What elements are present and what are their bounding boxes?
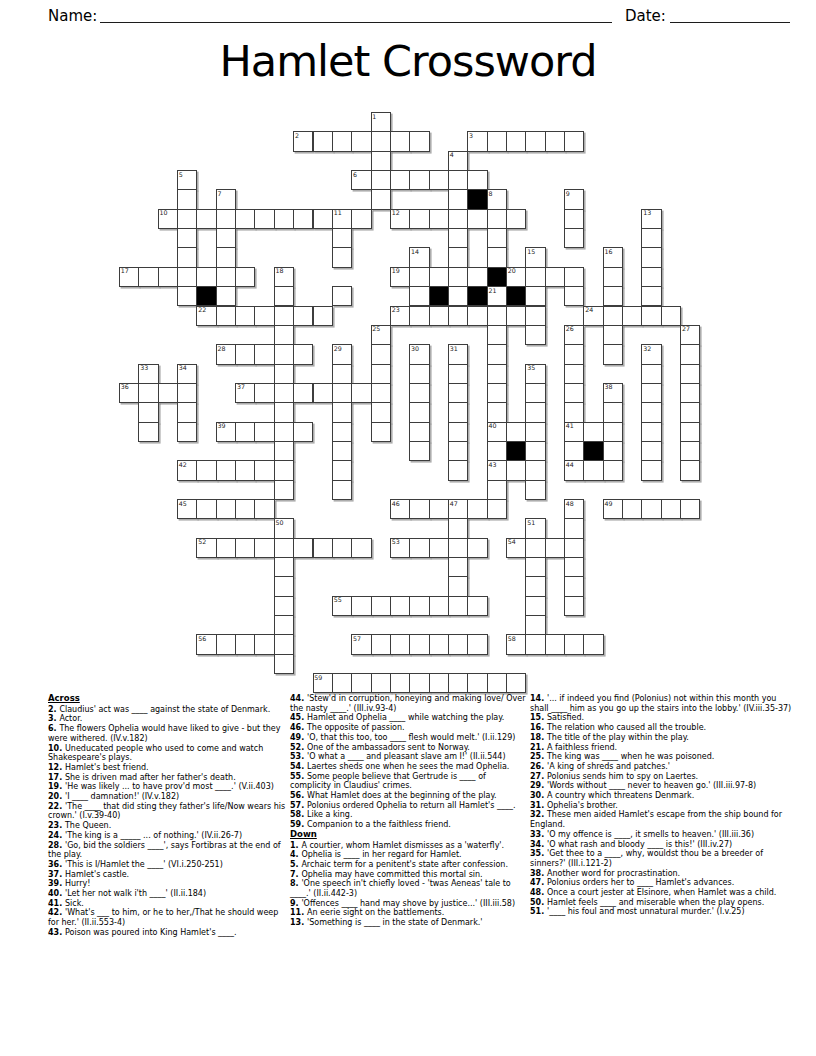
cell-22-9[interactable] [293,538,313,558]
cell-22-17[interactable] [448,538,468,558]
cell-12-8[interactable] [274,344,294,364]
cell-1-15[interactable] [409,131,429,151]
cell-14-12[interactable] [351,383,371,403]
cell-10-19[interactable] [487,306,507,326]
cell-6-3[interactable] [177,228,197,248]
cell-22-22[interactable] [545,538,565,558]
cell-15-19[interactable] [487,402,507,422]
cell-9-21[interactable] [525,286,545,306]
cell-12-23[interactable] [564,344,584,364]
cell-7-15[interactable]: 14 [409,247,429,267]
cell-16-27[interactable] [641,422,661,442]
cell-20-3[interactable]: 45 [177,499,197,519]
cell-15-17[interactable] [448,402,468,422]
cell-20-18[interactable] [467,499,487,519]
cell-17-19[interactable] [487,441,507,461]
cell-10-27[interactable] [641,306,661,326]
cell-16-9[interactable] [293,422,313,442]
cell-20-26[interactable] [622,499,642,519]
cell-10-17[interactable] [448,306,468,326]
cell-16-5[interactable]: 39 [216,422,236,442]
cell-1-14[interactable] [390,131,410,151]
cell-25-14[interactable] [390,596,410,616]
cell-8-25[interactable] [603,267,623,287]
cell-16-20[interactable] [506,422,526,442]
cell-27-17[interactable] [448,634,468,654]
cell-22-6[interactable] [235,538,255,558]
cell-15-8[interactable] [274,402,294,422]
cell-12-19[interactable] [487,344,507,364]
cell-5-7[interactable] [254,209,274,229]
cell-16-8[interactable] [274,422,294,442]
cell-20-19[interactable] [487,499,507,519]
cell-14-3[interactable] [177,383,197,403]
cell-14-9[interactable] [293,383,313,403]
cell-13-27[interactable] [641,364,661,384]
cell-22-8[interactable] [274,538,294,558]
cell-7-25[interactable]: 16 [603,247,623,267]
cell-4-19[interactable]: 8 [487,189,507,209]
cell-2-17[interactable]: 4 [448,151,468,171]
cell-29-12[interactable] [351,673,371,693]
cell-12-27[interactable]: 32 [641,344,661,364]
cell-8-1[interactable] [138,267,158,287]
cell-20-25[interactable]: 49 [603,499,623,519]
cell-8-18[interactable] [467,267,487,287]
cell-15-29[interactable] [680,402,700,422]
cell-8-17[interactable] [448,267,468,287]
cell-11-13[interactable]: 25 [371,325,391,345]
cell-9-27[interactable] [641,286,661,306]
cell-8-8[interactable]: 18 [274,267,294,287]
cell-14-17[interactable] [448,383,468,403]
cell-16-17[interactable] [448,422,468,442]
cell-1-18[interactable]: 3 [467,131,487,151]
cell-1-23[interactable] [564,131,584,151]
cell-19-8[interactable] [274,480,294,500]
cell-29-16[interactable] [429,673,449,693]
cell-5-12[interactable] [351,209,371,229]
cell-9-19[interactable]: 21 [487,286,507,306]
cell-15-11[interactable] [332,402,352,422]
cell-18-21[interactable] [525,460,545,480]
cell-25-23[interactable] [564,596,584,616]
cell-6-27[interactable] [641,228,661,248]
cell-6-5[interactable] [216,228,236,248]
cell-20-28[interactable] [661,499,681,519]
cell-21-23[interactable] [564,518,584,538]
cell-27-22[interactable] [545,634,565,654]
cell-1-12[interactable] [351,131,371,151]
cell-10-15[interactable] [409,306,429,326]
cell-8-16[interactable] [429,267,449,287]
cell-15-1[interactable] [138,402,158,422]
cell-19-11[interactable] [332,480,352,500]
cell-3-13[interactable] [371,170,391,190]
cell-17-27[interactable] [641,441,661,461]
cell-17-21[interactable] [525,441,545,461]
cell-27-20[interactable]: 58 [506,634,526,654]
cell-21-8[interactable]: 50 [274,518,294,538]
name-blank-line[interactable] [100,8,612,23]
cell-2-13[interactable] [371,151,391,171]
cell-8-3[interactable] [177,267,197,287]
cell-3-18[interactable] [467,170,487,190]
cell-5-10[interactable] [313,209,333,229]
cell-9-17[interactable] [448,286,468,306]
cell-1-11[interactable] [332,131,352,151]
cell-16-6[interactable] [235,422,255,442]
cell-8-2[interactable] [158,267,178,287]
cell-12-15[interactable]: 30 [409,344,429,364]
cell-8-23[interactable] [564,267,584,287]
cell-10-21[interactable] [525,306,545,326]
cell-17-29[interactable] [680,441,700,461]
cell-5-27[interactable]: 13 [641,209,661,229]
cell-7-19[interactable] [487,247,507,267]
cell-24-21[interactable] [525,576,545,596]
cell-22-4[interactable]: 52 [196,538,216,558]
cell-29-10[interactable]: 59 [313,673,333,693]
cell-24-8[interactable] [274,576,294,596]
cell-19-21[interactable] [525,480,545,500]
cell-29-20[interactable] [506,673,526,693]
cell-22-21[interactable] [525,538,545,558]
cell-17-11[interactable] [332,441,352,461]
cell-7-17[interactable] [448,247,468,267]
cell-16-29[interactable] [680,422,700,442]
cell-25-18[interactable] [467,596,487,616]
cell-8-6[interactable] [235,267,255,287]
cell-15-23[interactable] [564,402,584,422]
cell-8-20[interactable]: 20 [506,267,526,287]
cell-4-13[interactable] [371,189,391,209]
cell-16-19[interactable]: 40 [487,422,507,442]
cell-1-9[interactable]: 2 [293,131,313,151]
cell-22-11[interactable] [332,538,352,558]
cell-5-15[interactable] [409,209,429,229]
cell-5-20[interactable] [506,209,526,229]
cell-7-27[interactable] [641,247,661,267]
cell-1-19[interactable] [487,131,507,151]
cell-3-12[interactable]: 6 [351,170,371,190]
cell-8-15[interactable] [409,267,429,287]
cell-12-29[interactable] [680,344,700,364]
cell-23-23[interactable] [564,557,584,577]
cell-3-16[interactable] [429,170,449,190]
cell-5-4[interactable] [196,209,216,229]
date-blank-line[interactable] [670,8,790,23]
cell-29-17[interactable] [448,673,468,693]
cell-22-16[interactable] [429,538,449,558]
cell-27-4[interactable]: 56 [196,634,216,654]
cell-12-5[interactable]: 28 [216,344,236,364]
cell-14-29[interactable] [680,383,700,403]
cell-14-25[interactable]: 38 [603,383,623,403]
cell-21-21[interactable]: 51 [525,518,545,538]
cell-23-17[interactable] [448,557,468,577]
cell-22-12[interactable] [351,538,371,558]
cell-25-17[interactable] [448,596,468,616]
cell-5-17[interactable] [448,209,468,229]
cell-11-21[interactable] [525,325,545,345]
cell-18-27[interactable] [641,460,661,480]
cell-18-19[interactable]: 43 [487,460,507,480]
cell-17-23[interactable] [564,441,584,461]
cell-5-11[interactable]: 11 [332,209,352,229]
cell-28-8[interactable] [274,654,294,674]
cell-12-9[interactable] [293,344,313,364]
cell-18-17[interactable] [448,460,468,480]
cell-15-13[interactable] [371,402,391,422]
cell-20-15[interactable] [409,499,429,519]
cell-13-1[interactable]: 33 [138,364,158,384]
cell-13-19[interactable] [487,364,507,384]
cell-13-29[interactable] [680,364,700,384]
cell-9-25[interactable] [603,286,623,306]
cell-7-5[interactable] [216,247,236,267]
cell-5-3[interactable] [177,209,197,229]
cell-14-11[interactable] [332,383,352,403]
cell-27-21[interactable] [525,634,545,654]
cell-8-27[interactable] [641,267,661,287]
cell-25-21[interactable] [525,596,545,616]
cell-17-25[interactable] [603,441,623,461]
cell-3-14[interactable] [390,170,410,190]
cell-10-9[interactable] [293,306,313,326]
cell-10-10[interactable] [313,306,333,326]
cell-14-19[interactable] [487,383,507,403]
cell-18-20[interactable] [506,460,526,480]
cell-14-1[interactable] [138,383,158,403]
cell-12-17[interactable]: 31 [448,344,468,364]
cell-15-27[interactable] [641,402,661,422]
cell-12-6[interactable] [235,344,255,364]
cell-29-18[interactable] [467,673,487,693]
cell-10-16[interactable] [429,306,449,326]
cell-20-6[interactable] [235,499,255,519]
cell-1-13[interactable] [371,131,391,151]
cell-27-15[interactable] [409,634,429,654]
cell-15-25[interactable] [603,402,623,422]
cell-3-3[interactable]: 5 [177,170,197,190]
cell-14-7[interactable] [254,383,274,403]
cell-5-18[interactable] [467,209,487,229]
cell-29-13[interactable] [371,673,391,693]
cell-7-3[interactable] [177,247,197,267]
cell-18-5[interactable] [216,460,236,480]
cell-25-12[interactable] [351,596,371,616]
cell-18-6[interactable] [235,460,255,480]
cell-12-11[interactable]: 29 [332,344,352,364]
cell-22-18[interactable] [467,538,487,558]
cell-25-8[interactable] [274,596,294,616]
cell-10-4[interactable]: 22 [196,306,216,326]
cell-16-15[interactable] [409,422,429,442]
cell-29-15[interactable] [409,673,429,693]
cell-18-24[interactable] [583,460,603,480]
cell-9-15[interactable] [409,286,429,306]
cell-5-6[interactable] [235,209,255,229]
cell-16-25[interactable] [603,422,623,442]
cell-11-25[interactable] [603,325,623,345]
cell-1-21[interactable] [525,131,545,151]
cell-22-5[interactable] [216,538,236,558]
cell-5-19[interactable] [487,209,507,229]
cell-13-21[interactable]: 35 [525,364,545,384]
cell-27-14[interactable] [390,634,410,654]
cell-7-11[interactable] [332,247,352,267]
cell-10-6[interactable] [235,306,255,326]
cell-8-4[interactable] [196,267,216,287]
cell-13-11[interactable] [332,364,352,384]
cell-12-13[interactable] [371,344,391,364]
cell-14-6[interactable]: 37 [235,383,255,403]
cell-15-21[interactable] [525,402,545,422]
cell-7-21[interactable]: 15 [525,247,545,267]
cell-16-11[interactable] [332,422,352,442]
cell-6-17[interactable] [448,228,468,248]
cell-3-15[interactable] [409,170,429,190]
cell-9-5[interactable] [216,286,236,306]
cell-14-15[interactable] [409,383,429,403]
cell-18-29[interactable] [680,460,700,480]
cell-10-24[interactable]: 24 [583,306,603,326]
cell-29-11[interactable] [332,673,352,693]
cell-3-17[interactable] [448,170,468,190]
cell-25-13[interactable] [371,596,391,616]
cell-5-9[interactable] [293,209,313,229]
cell-22-15[interactable] [409,538,429,558]
cell-10-14[interactable]: 23 [390,306,410,326]
cell-17-17[interactable] [448,441,468,461]
cell-16-21[interactable] [525,422,545,442]
cell-29-14[interactable] [390,673,410,693]
cell-5-2[interactable]: 10 [158,209,178,229]
cell-5-23[interactable] [564,209,584,229]
cell-18-7[interactable] [254,460,274,480]
cell-20-16[interactable] [429,499,449,519]
cell-25-15[interactable] [409,596,429,616]
cell-27-5[interactable] [216,634,236,654]
cell-22-7[interactable] [254,538,274,558]
cell-26-21[interactable] [525,615,545,635]
cell-14-23[interactable] [564,383,584,403]
cell-4-17[interactable] [448,189,468,209]
cell-19-19[interactable] [487,480,507,500]
cell-22-23[interactable] [564,538,584,558]
cell-27-6[interactable] [235,634,255,654]
cell-11-8[interactable] [274,325,294,345]
cell-8-0[interactable]: 17 [119,267,139,287]
cell-22-10[interactable] [313,538,333,558]
cell-16-3[interactable] [177,422,197,442]
cell-24-23[interactable] [564,576,584,596]
cell-14-27[interactable] [641,383,661,403]
cell-17-8[interactable] [274,441,294,461]
cell-11-29[interactable]: 27 [680,325,700,345]
cell-13-17[interactable] [448,364,468,384]
cell-10-18[interactable] [467,306,487,326]
cell-1-22[interactable] [545,131,565,151]
cell-12-25[interactable] [603,344,623,364]
cell-14-13[interactable] [371,383,391,403]
cell-5-14[interactable]: 12 [390,209,410,229]
cell-20-4[interactable] [196,499,216,519]
cell-6-11[interactable] [332,228,352,248]
cell-18-11[interactable] [332,460,352,480]
cell-9-8[interactable] [274,286,294,306]
cell-18-23[interactable]: 44 [564,460,584,480]
cell-18-8[interactable] [274,460,294,480]
cell-18-3[interactable]: 42 [177,460,197,480]
cell-10-7[interactable] [254,306,274,326]
cell-29-19[interactable] [487,673,507,693]
cell-6-23[interactable] [564,228,584,248]
cell-1-20[interactable] [506,131,526,151]
cell-4-5[interactable]: 7 [216,189,236,209]
cell-26-8[interactable] [274,615,294,635]
cell-5-8[interactable] [274,209,294,229]
cell-15-3[interactable] [177,402,197,422]
cell-14-2[interactable] [158,383,178,403]
cell-13-15[interactable] [409,364,429,384]
cell-18-4[interactable] [196,460,216,480]
cell-13-13[interactable] [371,364,391,384]
cell-6-19[interactable] [487,228,507,248]
cell-18-25[interactable] [603,460,623,480]
cell-27-13[interactable] [371,634,391,654]
cell-23-8[interactable] [274,557,294,577]
cell-20-7[interactable] [254,499,274,519]
cell-11-19[interactable] [487,325,507,345]
cell-5-5[interactable] [216,209,236,229]
cell-20-14[interactable]: 46 [390,499,410,519]
cell-0-13[interactable]: 1 [371,112,391,132]
cell-25-11[interactable]: 55 [332,596,352,616]
cell-13-23[interactable] [564,364,584,384]
cell-15-15[interactable] [409,402,429,422]
cell-20-5[interactable] [216,499,236,519]
cell-22-14[interactable]: 53 [390,538,410,558]
cell-20-17[interactable]: 47 [448,499,468,519]
cell-27-7[interactable] [254,634,274,654]
cell-27-8[interactable] [274,634,294,654]
cell-27-16[interactable] [429,634,449,654]
cell-13-8[interactable] [274,364,294,384]
cell-12-7[interactable] [254,344,274,364]
cell-11-23[interactable]: 26 [564,325,584,345]
cell-9-23[interactable] [564,286,584,306]
cell-9-11[interactable] [332,286,352,306]
cell-10-25[interactable] [603,306,623,326]
cell-10-26[interactable] [622,306,642,326]
cell-22-20[interactable]: 54 [506,538,526,558]
cell-24-17[interactable] [448,576,468,596]
cell-4-3[interactable] [177,189,197,209]
cell-20-23[interactable]: 48 [564,499,584,519]
cell-10-20[interactable] [506,306,526,326]
cell-14-10[interactable] [313,383,333,403]
cell-23-21[interactable] [525,557,545,577]
cell-14-8[interactable] [274,383,294,403]
cell-8-14[interactable]: 19 [390,267,410,287]
cell-5-16[interactable] [429,209,449,229]
cell-16-7[interactable] [254,422,274,442]
cell-27-12[interactable]: 57 [351,634,371,654]
cell-16-1[interactable] [138,422,158,442]
cell-14-21[interactable] [525,383,545,403]
